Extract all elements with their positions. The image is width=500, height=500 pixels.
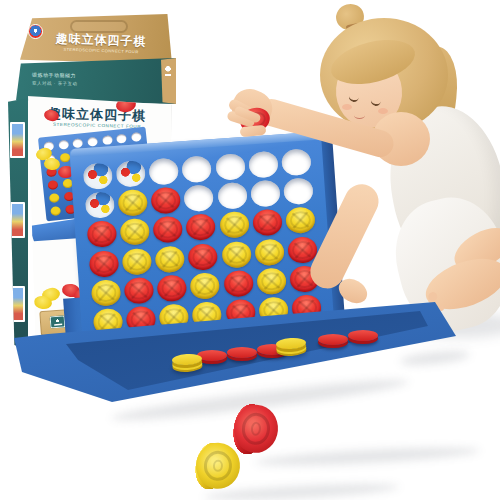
tray-yellow-disc <box>172 353 203 366</box>
tray-red-disc <box>227 347 257 358</box>
tray-red-disc <box>348 330 378 341</box>
tray-red-disc <box>318 334 348 345</box>
product-photo: 趣味立体四子棋 STEREOSCOPIC CONNECT FOUR 锻炼动手动脑… <box>0 0 500 500</box>
tray-yellow-disc <box>276 337 307 350</box>
